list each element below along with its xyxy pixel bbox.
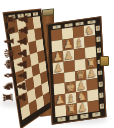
coordinate-plaque-3: 3	[97, 48, 101, 53]
right-board-leaf: EFGH EFGH 12345678 ♞♟♝♟♟♟♜♛♟♚♟♟♝♞♜♟	[47, 16, 107, 125]
chess-set-photo: ABCD EFGH EFGH 12345678 ♞♟♝♟♟♟♜♛♟♚♟♟♝♞♜♟…	[0, 0, 114, 128]
right-leaf-grid: ♞♟♝♟♟♟♜♛♟♚♟♟♝♞♜♟	[51, 24, 99, 117]
square-r8c3: ♟	[77, 102, 89, 114]
square-r8c4	[88, 100, 100, 112]
coordinate-plaque-6: 6	[99, 81, 103, 86]
coordinate-plaque-5: 5	[98, 70, 102, 75]
coordinate-plaque-8: 8	[100, 104, 104, 109]
coordinate-plaque-d: D	[33, 12, 39, 16]
coordinate-plaque-a: A	[8, 14, 15, 19]
piece-wR: ♜	[66, 103, 78, 115]
coordinate-plaque-2: 2	[96, 37, 100, 42]
coordinate-plaque-b: B	[17, 13, 24, 18]
piece-wP: ♟	[77, 102, 89, 114]
square-r8c1	[55, 105, 67, 117]
coordinate-plaque-c: C	[25, 12, 31, 17]
square-r8c2: ♜	[66, 103, 78, 115]
brass-clasp-icon	[100, 56, 109, 66]
coordinate-plaque-h: H	[92, 112, 100, 117]
coordinate-plaque-e: E	[57, 117, 65, 122]
coordinate-plaque-1: 1	[96, 25, 100, 30]
coordinate-plaque-7: 7	[99, 93, 103, 98]
brass-hinge-icon	[42, 8, 54, 16]
